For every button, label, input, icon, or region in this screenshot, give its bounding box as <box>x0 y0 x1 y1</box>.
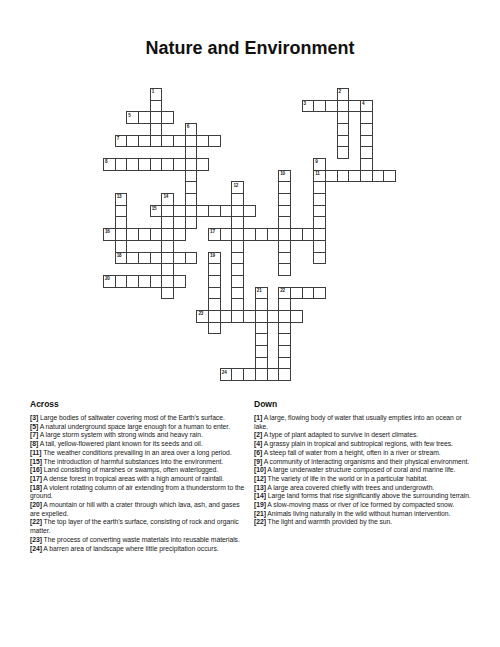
clue-number: 4 <box>362 101 364 106</box>
down-clue-2: [2] A type of plant adapted to survive i… <box>254 431 474 440</box>
clue-number-label: [5] <box>30 423 38 430</box>
clue-number-label: [17] <box>30 475 42 482</box>
clue-number-label: [14] <box>254 492 266 499</box>
down-clue-6: [6] A steep fall of water from a height,… <box>254 449 474 458</box>
clue-number: 19 <box>210 253 215 258</box>
across-clue-15: [15] The introduction of harmful substan… <box>30 458 250 467</box>
clue-number-label: [7] <box>30 431 38 438</box>
grid-cell-r6c8[interactable] <box>196 158 209 171</box>
clue-number: 9 <box>315 159 317 164</box>
across-clue-18: [18] A violent rotating column of air ex… <box>30 484 250 501</box>
clue-number-label: [21] <box>254 510 266 517</box>
clue-number: 24 <box>222 370 227 375</box>
grid-cell-r10c12[interactable] <box>243 205 256 218</box>
down-clue-4: [4] A grassy plain in tropical and subtr… <box>254 440 474 449</box>
down-header: Down <box>254 399 474 409</box>
clue-number: 7 <box>117 136 119 141</box>
down-clue-list: [1] A large, flowing body of water that … <box>254 414 474 527</box>
clue-number-label: [22] <box>30 518 42 525</box>
clue-number-label: [10] <box>254 466 266 473</box>
clue-number-label: [15] <box>30 458 42 465</box>
clue-number-label: [24] <box>30 545 42 552</box>
grid-cell-r15c15[interactable] <box>278 263 291 276</box>
clue-number: 8 <box>105 159 107 164</box>
down-clue-19: [19] A slow-moving mass or river of ice … <box>254 501 474 510</box>
clue-number-label: [1] <box>254 414 262 421</box>
across-clue-23: [23] The process of converting waste mat… <box>30 536 250 545</box>
across-clues-column: Across [3] Large bodies of saltwater cov… <box>30 399 254 553</box>
down-clue-14: [14] Large land forms that rise signific… <box>254 492 474 501</box>
clue-number: 22 <box>280 288 285 293</box>
clue-number: 13 <box>117 194 122 199</box>
clue-number-label: [20] <box>30 501 42 508</box>
grid-cell-r4c9[interactable] <box>208 135 221 148</box>
clue-number: 3 <box>304 101 306 106</box>
puzzle-title: Nature and Environment <box>0 38 500 59</box>
clue-number: 2 <box>339 89 341 94</box>
across-clue-3: [3] Large bodies of saltwater covering m… <box>30 414 250 423</box>
clue-number-label: [6] <box>254 449 262 456</box>
grid-cell-r14c18[interactable] <box>313 252 326 265</box>
grid-cell-r19c16[interactable] <box>290 310 303 323</box>
clue-number-label: [19] <box>254 501 266 508</box>
clue-number: 18 <box>117 253 122 258</box>
clue-number: 12 <box>233 183 238 188</box>
down-clue-22: [22] The light and warmth provided by th… <box>254 518 474 527</box>
clue-number-label: [12] <box>254 475 266 482</box>
grid-cell-r17c5[interactable] <box>161 287 174 300</box>
across-clue-24: [24] A barren area of landscape where li… <box>30 545 250 554</box>
across-clue-20: [20] A mountain or hill with a crater th… <box>30 501 250 518</box>
grid-cell-r17c18[interactable] <box>313 287 326 300</box>
clue-number-label: [22] <box>254 518 266 525</box>
crossword-page: Nature and Environment 12345678910111213… <box>0 0 500 647</box>
down-clue-13: [13] A large area covered chiefly with t… <box>254 484 474 493</box>
clue-number-label: [8] <box>30 440 38 447</box>
clue-number: 20 <box>105 276 110 281</box>
down-clue-21: [21] Animals living naturally in the wil… <box>254 510 474 519</box>
grid-cell-r12c6[interactable] <box>173 228 186 241</box>
clue-number-label: [13] <box>254 484 266 491</box>
down-clue-9: [9] A community of interacting organisms… <box>254 458 474 467</box>
grid-cell-r5c20[interactable] <box>337 146 350 159</box>
clue-number-label: [9] <box>254 458 262 465</box>
grid-cell-r16c6[interactable] <box>173 275 186 288</box>
across-clue-8: [8] A tall, yellow-flowered plant known … <box>30 440 250 449</box>
down-clues-column: Down [1] A large, flowing body of water … <box>254 399 478 553</box>
clue-number-label: [18] <box>30 484 42 491</box>
down-clue-1: [1] A large, flowing body of water that … <box>254 414 474 431</box>
clue-number: 5 <box>128 113 130 118</box>
across-clue-17: [17] A dense forest in tropical areas wi… <box>30 475 250 484</box>
grid-cell-r14c7[interactable] <box>185 252 198 265</box>
clue-number: 15 <box>152 206 157 211</box>
clue-number-label: [23] <box>30 536 42 543</box>
clue-number: 16 <box>105 229 110 234</box>
grid-cell-r11c7[interactable] <box>185 216 198 229</box>
clue-number: 6 <box>187 124 189 129</box>
clue-section: Across [3] Large bodies of saltwater cov… <box>30 399 478 553</box>
clue-number: 14 <box>163 194 168 199</box>
clue-number-label: [11] <box>30 449 42 456</box>
across-clue-11: [11] The weather conditions prevailing i… <box>30 449 250 458</box>
across-clue-16: [16] Land consisting of marshes or swamp… <box>30 466 250 475</box>
clue-number: 1 <box>152 89 154 94</box>
grid-cell-r20c9[interactable] <box>208 322 221 335</box>
grid-cell-r24c15[interactable] <box>278 368 291 381</box>
grid-cell-r2c5[interactable] <box>161 111 174 124</box>
across-clue-5: [5] A natural underground space large en… <box>30 423 250 432</box>
grid-cell-r7c24[interactable] <box>383 170 396 183</box>
down-clue-10: [10] A large underwater structure compos… <box>254 466 474 475</box>
across-header: Across <box>30 399 250 409</box>
clue-number: 10 <box>280 171 285 176</box>
clue-number: 21 <box>257 288 262 293</box>
down-clue-12: [12] The variety of life in the world or… <box>254 475 474 484</box>
clue-number-label: [16] <box>30 466 42 473</box>
across-clue-list: [3] Large bodies of saltwater covering m… <box>30 414 250 553</box>
clue-number-label: [2] <box>254 431 262 438</box>
clue-number: 23 <box>198 311 203 316</box>
clue-number-label: [3] <box>30 414 38 421</box>
crossword-grid[interactable]: 123456789101112131415161718192021222324 <box>103 88 397 382</box>
clue-number: 11 <box>315 171 319 176</box>
clue-number-label: [4] <box>254 440 262 447</box>
clue-number: 17 <box>210 229 215 234</box>
across-clue-22: [22] The top layer of the earth's surfac… <box>30 518 250 535</box>
across-clue-7: [7] A large storm system with strong win… <box>30 431 250 440</box>
